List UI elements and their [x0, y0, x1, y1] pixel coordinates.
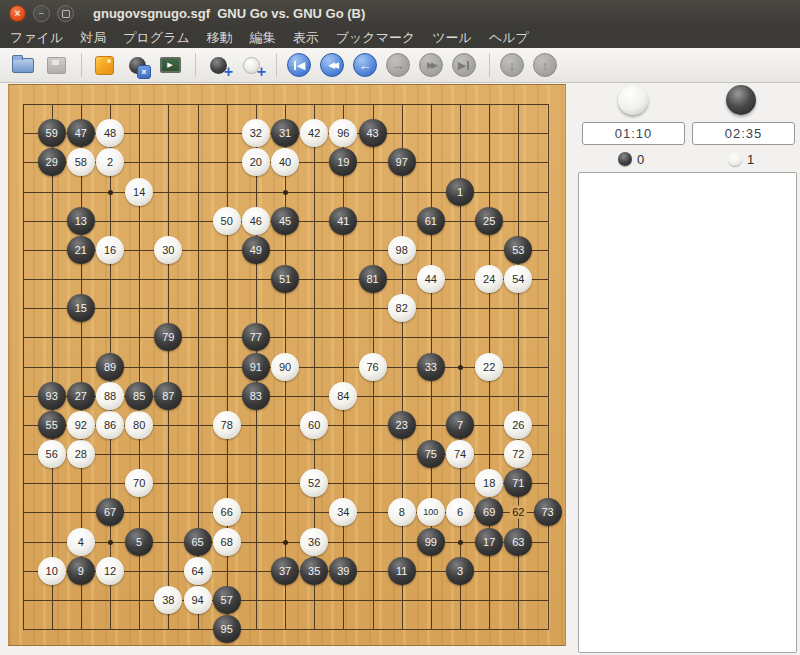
- grid-line-vertical: [402, 104, 403, 630]
- stone-69-black: 69: [475, 498, 503, 526]
- stone-11-black: 11: [388, 557, 416, 585]
- stone-24-white: 24: [475, 265, 503, 293]
- move-number: 31: [279, 127, 291, 139]
- stone-50-white: 50: [213, 207, 241, 235]
- new-board-button[interactable]: [89, 51, 119, 79]
- title-bar: × − gnugovsgnugo.sgf GNU Go vs. GNU Go (…: [0, 0, 800, 27]
- move-number: 71: [512, 477, 524, 489]
- move-number: 4: [78, 536, 84, 548]
- move-number: 50: [221, 215, 233, 227]
- star-point: [108, 540, 113, 545]
- move-number: 52: [308, 477, 320, 489]
- move-number: 64: [191, 565, 203, 577]
- last-move-icon: ▶: [452, 53, 476, 77]
- move-number: 14: [133, 186, 145, 198]
- maximize-icon: [62, 10, 70, 18]
- move-number: 5: [136, 536, 142, 548]
- forward-arrow-icon: →: [386, 53, 410, 77]
- move-number: 79: [162, 331, 174, 343]
- back-arrow-icon: ←: [353, 53, 377, 77]
- stone-45-black: 45: [271, 207, 299, 235]
- stone-10-white: 10: [38, 557, 66, 585]
- white-player-stone-icon: [618, 85, 648, 115]
- forward-fast-icon: ▶▶: [419, 53, 443, 77]
- stone-6-white: 6: [446, 498, 474, 526]
- stone-36-white: 36: [300, 528, 328, 556]
- stone-98-white: 98: [388, 236, 416, 264]
- stone-31-black: 31: [271, 119, 299, 147]
- back-fast-icon: ◀◀: [320, 53, 344, 77]
- move-number: 90: [279, 361, 291, 373]
- stone-8-white: 8: [388, 498, 416, 526]
- nav-forward-button: →: [383, 51, 413, 79]
- side-panel: 01:10 02:35 0 1: [570, 83, 800, 655]
- open-file-button[interactable]: [8, 51, 38, 79]
- stone-47-black: 47: [67, 119, 95, 147]
- stone-53-black: 53: [504, 236, 532, 264]
- move-number: 40: [279, 156, 291, 168]
- stone-29-black: 29: [38, 148, 66, 176]
- stone-22-white: 22: [475, 353, 503, 381]
- stone-5-black: 5: [125, 528, 153, 556]
- move-number: 26: [512, 419, 524, 431]
- move-number: 11: [396, 565, 407, 577]
- move-number: 42: [308, 127, 320, 139]
- move-number: 57: [221, 594, 233, 606]
- stone-17-black: 17: [475, 528, 503, 556]
- move-number: 19: [337, 156, 349, 168]
- move-number: 15: [75, 302, 87, 314]
- stone-83-black: 83: [242, 382, 270, 410]
- add-black-stone-button[interactable]: +: [203, 51, 233, 79]
- up-arrow-icon: ↑: [533, 53, 557, 77]
- move-number: 85: [133, 390, 145, 402]
- menu-game[interactable]: 対局: [80, 29, 106, 47]
- stone-92-white: 92: [67, 411, 95, 439]
- move-number: 43: [366, 127, 378, 139]
- star-point: [283, 190, 288, 195]
- stone-2-white: 2: [96, 148, 124, 176]
- stone-85-black: 85: [125, 382, 153, 410]
- move-number: 46: [250, 215, 262, 227]
- stone-86-white: 86: [96, 411, 124, 439]
- move-number: 100: [423, 507, 438, 517]
- stone-97-black: 97: [388, 148, 416, 176]
- stone-43-black: 43: [359, 119, 387, 147]
- move-number: 65: [191, 536, 203, 548]
- menu-bookmarks[interactable]: ブックマーク: [336, 29, 416, 47]
- move-number: 29: [46, 156, 58, 168]
- stone-90-white: 90: [271, 353, 299, 381]
- stone-33-black: 33: [417, 353, 445, 381]
- stone-58-white: 58: [67, 148, 95, 176]
- move-number: 6: [457, 506, 463, 518]
- grid-line-horizontal: [23, 629, 549, 630]
- move-number: 47: [75, 127, 87, 139]
- move-number: 17: [483, 536, 495, 548]
- stone-21-black: 21: [67, 236, 95, 264]
- add-white-stone-button[interactable]: +: [236, 51, 266, 79]
- plus-icon: +: [224, 64, 233, 80]
- white-captures-count: 0: [637, 152, 644, 167]
- star-point: [283, 540, 288, 545]
- stone-72-white: 72: [504, 440, 532, 468]
- stone-51-black: 51: [271, 265, 299, 293]
- var-up-button: ↑: [530, 51, 560, 79]
- stone-55-black: 55: [38, 411, 66, 439]
- stone-84-white: 84: [329, 382, 357, 410]
- move-number: 45: [279, 215, 291, 227]
- menu-move[interactable]: 移動: [207, 29, 233, 47]
- stone-93-black: 93: [38, 382, 66, 410]
- move-number: 98: [396, 244, 408, 256]
- nav-first-button[interactable]: ◀: [284, 51, 314, 79]
- move-number: 68: [221, 536, 233, 548]
- stone-26-white: 26: [504, 411, 532, 439]
- stone-54-white: 54: [504, 265, 532, 293]
- stone-95-black: 95: [213, 615, 241, 643]
- captured-stone-number: 62: [510, 506, 526, 519]
- stone-39-black: 39: [329, 557, 357, 585]
- stone-81-black: 81: [359, 265, 387, 293]
- stone-89-black: 89: [96, 353, 124, 381]
- stone-40-white: 40: [271, 148, 299, 176]
- stone-9-black: 9: [67, 557, 95, 585]
- move-number: 39: [337, 565, 349, 577]
- move-number: 56: [46, 448, 58, 460]
- menu-tools[interactable]: ツール: [432, 29, 472, 47]
- play-mode-button[interactable]: ▶: [155, 51, 185, 79]
- move-number: 22: [483, 361, 495, 373]
- menu-view[interactable]: 表示: [293, 29, 319, 47]
- move-number: 76: [366, 361, 378, 373]
- move-number: 37: [279, 565, 291, 577]
- move-number: 2: [107, 156, 113, 168]
- stone-30-white: 30: [154, 236, 182, 264]
- remove-stone-button[interactable]: ×: [122, 51, 152, 79]
- toolbar-separator: [489, 53, 490, 77]
- stone-80-white: 80: [125, 411, 153, 439]
- stone-73-black: 73: [534, 498, 562, 526]
- stone-28-white: 28: [67, 440, 95, 468]
- move-number: 66: [221, 506, 233, 518]
- stone-35-black: 35: [300, 557, 328, 585]
- stone-25-black: 25: [475, 207, 503, 235]
- move-number: 7: [457, 419, 463, 431]
- plus-icon: +: [257, 64, 266, 80]
- move-number: 44: [425, 273, 437, 285]
- stone-99-black: 99: [417, 528, 445, 556]
- stone-78-white: 78: [213, 411, 241, 439]
- move-number: 12: [104, 565, 116, 577]
- stone-57-black: 57: [213, 586, 241, 614]
- stone-20-white: 20: [242, 148, 270, 176]
- move-number: 13: [75, 215, 87, 227]
- move-number: 20: [250, 156, 262, 168]
- stone-16-white: 16: [96, 236, 124, 264]
- stone-4-white: 4: [67, 528, 95, 556]
- stone-88-white: 88: [96, 382, 124, 410]
- stone-94-white: 94: [184, 586, 212, 614]
- move-number: 94: [191, 594, 203, 606]
- stone-61-black: 61: [417, 207, 445, 235]
- down-arrow-icon: ↓: [500, 53, 524, 77]
- move-number: 59: [46, 127, 58, 139]
- move-number: 32: [250, 127, 262, 139]
- menu-bar: ファイル対局プログラム移動編集表示ブックマークツールヘルプ: [0, 27, 800, 48]
- move-number: 83: [250, 390, 262, 402]
- stone-1-black: 1: [446, 178, 474, 206]
- move-number: 3: [457, 565, 463, 577]
- move-number: 24: [483, 273, 495, 285]
- move-number: 91: [250, 361, 262, 373]
- stone-48-white: 48: [96, 119, 124, 147]
- stone-79-black: 79: [154, 323, 182, 351]
- white-clock: 01:10: [582, 122, 685, 145]
- toolbar-separator: [81, 53, 82, 77]
- window-title: gnugovsgnugo.sgf GNU Go vs. GNU Go (B): [93, 6, 365, 21]
- nav-back-button[interactable]: ←: [350, 51, 380, 79]
- stone-96-white: 96: [329, 119, 357, 147]
- grid-line-horizontal: [23, 600, 549, 601]
- black-player-stone-icon: [726, 85, 756, 115]
- stone-27-black: 27: [67, 382, 95, 410]
- stone-41-black: 41: [329, 207, 357, 235]
- minimize-button[interactable]: −: [33, 5, 50, 22]
- move-number: 25: [483, 215, 495, 227]
- move-number: 60: [308, 419, 320, 431]
- move-number: 88: [104, 390, 116, 402]
- grid-line-horizontal: [23, 483, 549, 484]
- move-number: 86: [104, 419, 116, 431]
- stone-68-white: 68: [213, 528, 241, 556]
- stone-19-black: 19: [329, 148, 357, 176]
- move-number: 23: [396, 419, 408, 431]
- stone-34-white: 34: [329, 498, 357, 526]
- stone-18-white: 18: [475, 469, 503, 497]
- move-number: 49: [250, 244, 262, 256]
- stone-71-black: 71: [504, 469, 532, 497]
- stone-13-black: 13: [67, 207, 95, 235]
- move-number: 1: [457, 186, 463, 198]
- go-board[interactable]: 1234567891011121314151617181920212223242…: [8, 84, 566, 646]
- move-number: 99: [425, 536, 437, 548]
- board-square-icon: [95, 56, 114, 75]
- stone-3-black: 3: [446, 557, 474, 585]
- maximize-button[interactable]: [57, 5, 74, 22]
- nav-back-fast-button[interactable]: ◀◀: [317, 51, 347, 79]
- move-number: 84: [337, 390, 349, 402]
- stone-59-black: 59: [38, 119, 66, 147]
- toolbar: ×▶++◀◀◀←→▶▶▶↓↑: [0, 48, 800, 83]
- star-point: [458, 365, 463, 370]
- move-number: 63: [512, 536, 524, 548]
- var-down-button: ↓: [497, 51, 527, 79]
- move-number: 38: [162, 594, 174, 606]
- move-number: 96: [337, 127, 349, 139]
- stone-37-black: 37: [271, 557, 299, 585]
- star-point: [458, 540, 463, 545]
- move-number: 55: [46, 419, 58, 431]
- stone-76-white: 76: [359, 353, 387, 381]
- stone-14-white: 14: [125, 178, 153, 206]
- open-folder-icon: [12, 58, 34, 73]
- white-captures-stone-icon: [618, 152, 632, 166]
- menu-help[interactable]: ヘルプ: [489, 29, 529, 47]
- stone-91-black: 91: [242, 353, 270, 381]
- move-number: 78: [221, 419, 233, 431]
- move-number: 8: [399, 506, 405, 518]
- stone-82-white: 82: [388, 294, 416, 322]
- stone-74-white: 74: [446, 440, 474, 468]
- star-point: [108, 190, 113, 195]
- stone-44-white: 44: [417, 265, 445, 293]
- move-number: 21: [75, 244, 87, 256]
- stone-56-white: 56: [38, 440, 66, 468]
- move-number: 51: [279, 273, 291, 285]
- move-number: 36: [308, 536, 320, 548]
- move-number: 16: [104, 244, 116, 256]
- stone-75-black: 75: [417, 440, 445, 468]
- move-number: 97: [396, 156, 408, 168]
- stone-60-white: 60: [300, 411, 328, 439]
- first-move-icon: ◀: [287, 53, 311, 77]
- move-number: 54: [512, 273, 524, 285]
- move-number: 89: [104, 361, 116, 373]
- move-number: 67: [104, 506, 116, 518]
- move-number: 70: [133, 477, 145, 489]
- move-number: 75: [425, 448, 437, 460]
- stone-46-white: 46: [242, 207, 270, 235]
- move-number: 61: [425, 215, 437, 227]
- menu-edit[interactable]: 編集: [250, 29, 276, 47]
- x-badge-icon: ×: [137, 65, 151, 79]
- stone-70-white: 70: [125, 469, 153, 497]
- stone-32-white: 32: [242, 119, 270, 147]
- stone-63-black: 63: [504, 528, 532, 556]
- move-number: 34: [337, 506, 349, 518]
- move-number: 35: [308, 565, 320, 577]
- move-number: 58: [75, 156, 87, 168]
- move-number: 9: [78, 565, 84, 577]
- move-number: 41: [337, 215, 349, 227]
- move-number: 10: [46, 565, 58, 577]
- move-number: 81: [366, 273, 378, 285]
- stone-49-black: 49: [242, 236, 270, 264]
- move-number: 93: [46, 390, 58, 402]
- move-number: 28: [75, 448, 87, 460]
- move-number: 69: [483, 506, 495, 518]
- nav-forward-fast-button: ▶▶: [416, 51, 446, 79]
- move-number: 73: [541, 506, 553, 518]
- stone-65-black: 65: [184, 528, 212, 556]
- grid-line-vertical: [343, 104, 344, 630]
- move-list-box[interactable]: [578, 172, 797, 653]
- stone-100-white: 100: [417, 498, 445, 526]
- save-file-button: [41, 51, 71, 79]
- nav-last-button: ▶: [449, 51, 479, 79]
- move-number: 87: [162, 390, 174, 402]
- main-content: 1234567891011121314151617181920212223242…: [0, 83, 800, 655]
- stone-12-white: 12: [96, 557, 124, 585]
- stone-15-black: 15: [67, 294, 95, 322]
- black-captures-stone-icon: [728, 152, 742, 166]
- move-number: 48: [104, 127, 116, 139]
- save-icon: [47, 57, 66, 74]
- black-clock: 02:35: [692, 122, 795, 145]
- stone-64-white: 64: [184, 557, 212, 585]
- stone-52-white: 52: [300, 469, 328, 497]
- menu-file[interactable]: ファイル: [10, 29, 63, 47]
- move-number: 95: [221, 623, 233, 635]
- move-number: 18: [483, 477, 495, 489]
- monitor-icon: ▶: [160, 57, 181, 73]
- stone-42-white: 42: [300, 119, 328, 147]
- stone-38-white: 38: [154, 586, 182, 614]
- move-number: 80: [133, 419, 145, 431]
- close-button[interactable]: ×: [9, 5, 26, 22]
- move-number: 30: [162, 244, 174, 256]
- black-captures-count: 1: [747, 152, 754, 167]
- stone-87-black: 87: [154, 382, 182, 410]
- move-number: 53: [512, 244, 524, 256]
- toolbar-separator: [276, 53, 277, 77]
- move-number: 27: [75, 390, 87, 402]
- move-number: 74: [454, 448, 466, 460]
- grid-line-vertical: [548, 104, 549, 630]
- move-number: 72: [512, 448, 524, 460]
- stone-67-black: 67: [96, 498, 124, 526]
- toolbar-separator: [195, 53, 196, 77]
- stone-23-black: 23: [388, 411, 416, 439]
- move-number: 92: [75, 419, 87, 431]
- stone-7-black: 7: [446, 411, 474, 439]
- stone-77-black: 77: [242, 323, 270, 351]
- stone-66-white: 66: [213, 498, 241, 526]
- move-number: 33: [425, 361, 437, 373]
- menu-program[interactable]: プログラム: [123, 29, 190, 47]
- move-number: 77: [250, 331, 262, 343]
- move-number: 82: [396, 302, 408, 314]
